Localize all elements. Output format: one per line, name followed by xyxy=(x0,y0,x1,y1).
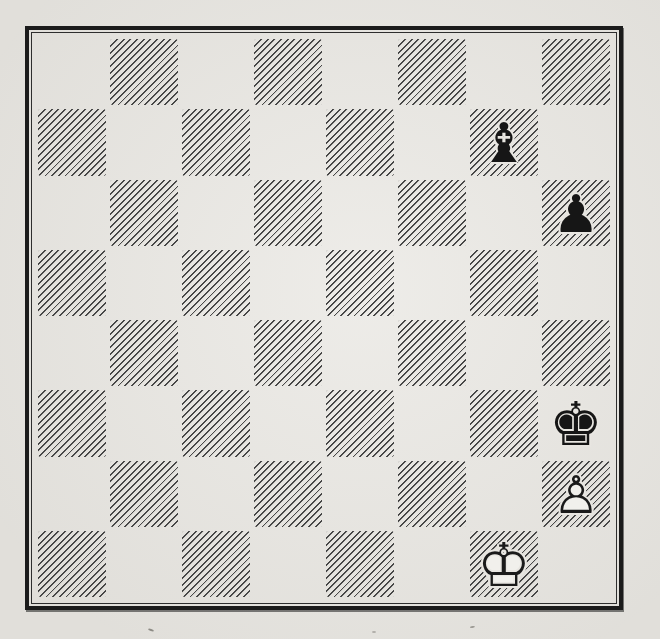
square-b6 xyxy=(108,178,180,248)
square-c3 xyxy=(180,388,252,458)
square-e6 xyxy=(324,178,396,248)
white-pawn-outline: ♙ xyxy=(553,469,600,521)
square-c4 xyxy=(180,318,252,388)
square-b7 xyxy=(108,107,180,177)
square-d2 xyxy=(252,459,324,529)
square-g3 xyxy=(468,388,540,458)
board-inner-frame: ♝♟♚♟♙♚♔ xyxy=(31,32,617,604)
square-c6 xyxy=(180,178,252,248)
square-b4 xyxy=(108,318,180,388)
square-b5 xyxy=(108,248,180,318)
square-a4 xyxy=(36,318,108,388)
square-a5 xyxy=(36,248,108,318)
square-c2 xyxy=(180,459,252,529)
square-e1 xyxy=(324,529,396,599)
square-h8 xyxy=(540,37,612,107)
square-a7 xyxy=(36,107,108,177)
square-h3: ♚ xyxy=(540,388,612,458)
square-e3 xyxy=(324,388,396,458)
square-f3 xyxy=(396,388,468,458)
square-c8 xyxy=(180,37,252,107)
square-d4 xyxy=(252,318,324,388)
square-h6: ♟ xyxy=(540,178,612,248)
square-h2: ♟♙ xyxy=(540,459,612,529)
print-speck xyxy=(470,626,475,629)
square-h1 xyxy=(540,529,612,599)
square-f4 xyxy=(396,318,468,388)
square-g1: ♚♔ xyxy=(468,529,540,599)
square-b3 xyxy=(108,388,180,458)
square-f5 xyxy=(396,248,468,318)
square-g7: ♝ xyxy=(468,107,540,177)
square-g2 xyxy=(468,459,540,529)
square-e7 xyxy=(324,107,396,177)
square-g5 xyxy=(468,248,540,318)
square-f1 xyxy=(396,529,468,599)
square-e2 xyxy=(324,459,396,529)
square-d1 xyxy=(252,529,324,599)
square-e4 xyxy=(324,318,396,388)
square-b2 xyxy=(108,459,180,529)
black-pawn: ♟ xyxy=(553,188,600,240)
black-bishop: ♝ xyxy=(479,116,528,171)
square-f8 xyxy=(396,37,468,107)
square-f7 xyxy=(396,107,468,177)
white-pawn: ♟♙ xyxy=(553,469,600,521)
black-king: ♚ xyxy=(549,394,603,454)
square-a2 xyxy=(36,459,108,529)
square-a3 xyxy=(36,388,108,458)
board-frame: ♝♟♚♟♙♚♔ xyxy=(25,26,623,610)
square-a8 xyxy=(36,37,108,107)
square-g4 xyxy=(468,318,540,388)
square-d6 xyxy=(252,178,324,248)
print-speck xyxy=(148,628,154,632)
square-d5 xyxy=(252,248,324,318)
square-b1 xyxy=(108,529,180,599)
square-d8 xyxy=(252,37,324,107)
square-f2 xyxy=(396,459,468,529)
square-b8 xyxy=(108,37,180,107)
square-a6 xyxy=(36,178,108,248)
square-g8 xyxy=(468,37,540,107)
square-c5 xyxy=(180,248,252,318)
square-e5 xyxy=(324,248,396,318)
square-h4 xyxy=(540,318,612,388)
square-e8 xyxy=(324,37,396,107)
print-speck xyxy=(372,631,376,633)
square-d3 xyxy=(252,388,324,458)
square-f6 xyxy=(396,178,468,248)
chess-board: ♝♟♚♟♙♚♔ xyxy=(36,37,612,599)
white-king-outline: ♔ xyxy=(477,535,531,595)
square-c7 xyxy=(180,107,252,177)
square-d7 xyxy=(252,107,324,177)
square-h7 xyxy=(540,107,612,177)
square-g6 xyxy=(468,178,540,248)
square-c1 xyxy=(180,529,252,599)
white-king: ♚♔ xyxy=(477,535,531,595)
square-a1 xyxy=(36,529,108,599)
square-h5 xyxy=(540,248,612,318)
